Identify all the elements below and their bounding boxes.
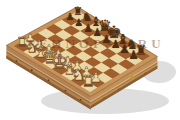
dowel-dot [103,97,105,99]
dowel-dot [48,80,50,82]
brass-latch-pin [131,77,132,78]
watermark-text: TEHNOPS . RU [26,36,180,52]
dowel-dot [145,72,147,74]
dowel-dot [80,99,82,101]
dowel-dot [118,88,120,90]
dowel-dot [65,90,67,92]
chess-board [0,0,180,120]
chess-set-photo: ♜♟♞♟♝♟♛♟♚♟♟♝♜♟♟♞♞♟♟♜♝♟♟♛♟♚♟♝♟♞♟♜ TEHNOPS… [0,0,180,120]
dowel-dot [31,69,33,71]
dowel-dot [16,60,18,62]
